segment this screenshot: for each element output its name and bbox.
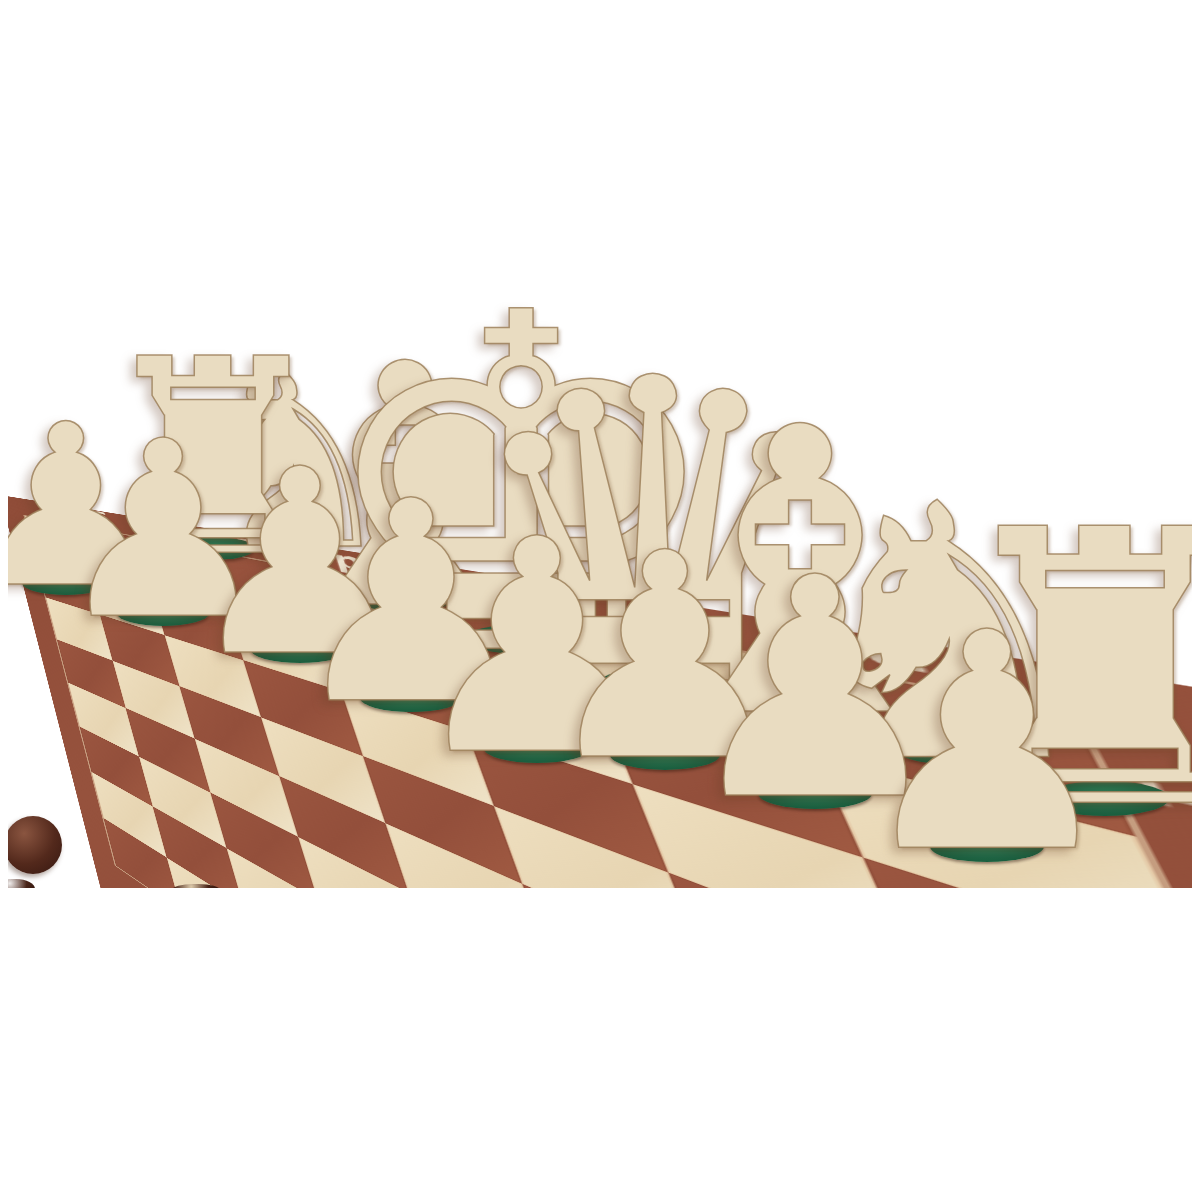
page-background: hgfedcba12345678 ♞♜♟♝♟♚♟♛♟♝♟♞♟♟♜♟ [0, 0, 1200, 1200]
black-piece-top-cut-by-frame-2 [8, 879, 35, 888]
product-photo: hgfedcba12345678 ♞♜♟♝♟♚♟♛♟♝♟♞♟♟♜♟ [8, 292, 1192, 888]
black-pawn-head-sphere-1 [8, 816, 62, 874]
scene: hgfedcba12345678 ♞♜♟♝♟♚♟♛♟♝♟♞♟♟♜♟ [8, 292, 1192, 888]
chess-board: hgfedcba12345678 [8, 471, 1192, 888]
